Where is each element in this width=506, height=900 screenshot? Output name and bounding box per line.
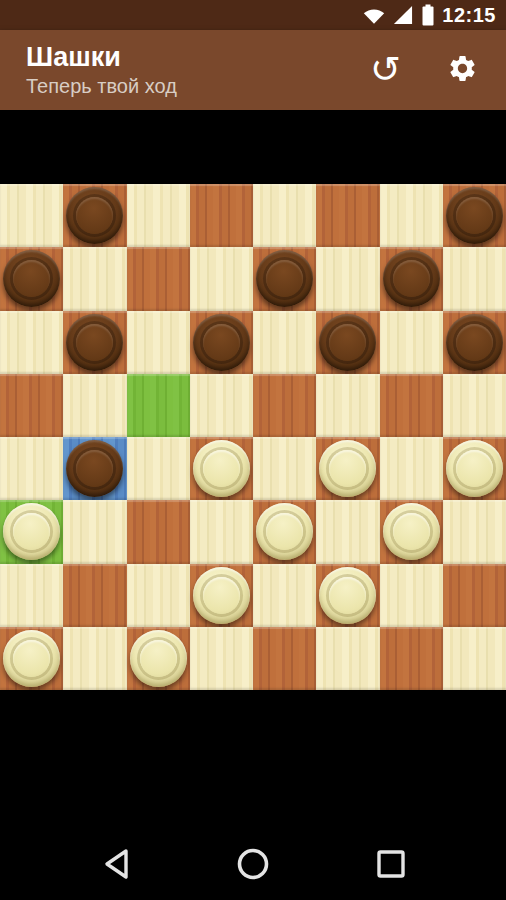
- board-cell[interactable]: [253, 437, 316, 500]
- board-cell[interactable]: [0, 247, 63, 310]
- checker-light-piece[interactable]: [3, 630, 60, 687]
- board-cell[interactable]: [443, 500, 506, 563]
- board-cell[interactable]: [380, 184, 443, 247]
- cellular-signal-icon: [392, 5, 414, 25]
- phone-screen: 12:15 Шашки Теперь твой ход ↺: [0, 0, 506, 900]
- board-cell[interactable]: [253, 627, 316, 690]
- board-cell[interactable]: [63, 437, 126, 500]
- board-cell[interactable]: [127, 374, 190, 437]
- board-cell[interactable]: [443, 247, 506, 310]
- checker-dark-piece[interactable]: [193, 314, 250, 371]
- board-cell[interactable]: [0, 311, 63, 374]
- app-bar: Шашки Теперь твой ход ↺: [0, 30, 506, 110]
- nav-back-button[interactable]: [99, 844, 133, 884]
- checker-light-piece[interactable]: [3, 503, 60, 560]
- checker-dark-piece[interactable]: [3, 250, 60, 307]
- home-circle-icon: [236, 847, 270, 881]
- top-black-gap: [0, 110, 506, 184]
- checker-dark-piece[interactable]: [446, 314, 503, 371]
- android-nav-bar: [0, 828, 506, 900]
- checker-dark-piece[interactable]: [256, 250, 313, 307]
- checker-dark-piece[interactable]: [383, 250, 440, 307]
- turn-status-text: Теперь твой ход: [26, 76, 370, 97]
- board-cell[interactable]: [127, 437, 190, 500]
- status-time: 12:15: [442, 4, 496, 27]
- board-cell[interactable]: [63, 627, 126, 690]
- board-cell[interactable]: [443, 627, 506, 690]
- board-cell[interactable]: [127, 627, 190, 690]
- board-cell[interactable]: [190, 564, 253, 627]
- board-cell[interactable]: [0, 627, 63, 690]
- checker-light-piece[interactable]: [130, 630, 187, 687]
- board-cell[interactable]: [63, 311, 126, 374]
- gear-icon: [447, 53, 478, 87]
- board-cell[interactable]: [63, 500, 126, 563]
- board-cell[interactable]: [63, 374, 126, 437]
- board-cell[interactable]: [0, 564, 63, 627]
- board-cell[interactable]: [190, 437, 253, 500]
- board-cell[interactable]: [253, 311, 316, 374]
- board-cell[interactable]: [380, 627, 443, 690]
- recents-square-icon: [376, 849, 406, 879]
- board-cell[interactable]: [253, 184, 316, 247]
- settings-button[interactable]: [447, 53, 478, 87]
- board-cell[interactable]: [380, 500, 443, 563]
- back-triangle-icon: [103, 848, 129, 880]
- board-cell[interactable]: [316, 627, 379, 690]
- board-cell[interactable]: [380, 311, 443, 374]
- app-title: Шашки: [26, 43, 370, 71]
- board-cell[interactable]: [127, 247, 190, 310]
- board-cell[interactable]: [253, 500, 316, 563]
- board-cell[interactable]: [316, 247, 379, 310]
- battery-icon: [421, 4, 435, 26]
- app-bar-actions: ↺: [370, 53, 492, 87]
- nav-home-button[interactable]: [232, 843, 274, 885]
- board-cell[interactable]: [63, 564, 126, 627]
- board-cell[interactable]: [127, 184, 190, 247]
- board-cell[interactable]: [316, 374, 379, 437]
- status-bar: 12:15: [0, 0, 506, 30]
- board-cell[interactable]: [127, 311, 190, 374]
- app-bar-text: Шашки Теперь твой ход: [26, 43, 370, 96]
- board-cell[interactable]: [190, 500, 253, 563]
- nav-recents-button[interactable]: [372, 845, 410, 883]
- board-cell[interactable]: [316, 311, 379, 374]
- board-cell[interactable]: [443, 374, 506, 437]
- checker-light-piece[interactable]: [319, 567, 376, 624]
- board-cell[interactable]: [380, 437, 443, 500]
- board-cell[interactable]: [127, 500, 190, 563]
- board-cell[interactable]: [190, 247, 253, 310]
- board-cell[interactable]: [63, 184, 126, 247]
- checker-dark-piece[interactable]: [319, 314, 376, 371]
- checker-dark-piece[interactable]: [66, 187, 123, 244]
- board-cell[interactable]: [380, 564, 443, 627]
- board-cell[interactable]: [380, 247, 443, 310]
- board-cell[interactable]: [443, 184, 506, 247]
- board-cell[interactable]: [443, 437, 506, 500]
- checker-dark-piece[interactable]: [446, 187, 503, 244]
- board-cell[interactable]: [0, 500, 63, 563]
- checkers-board: [0, 184, 506, 690]
- checker-light-piece[interactable]: [193, 440, 250, 497]
- board-cell[interactable]: [253, 374, 316, 437]
- wifi-icon: [363, 5, 385, 25]
- board-cell[interactable]: [0, 437, 63, 500]
- board-cell[interactable]: [253, 564, 316, 627]
- board-cell[interactable]: [316, 184, 379, 247]
- undo-button[interactable]: ↺: [370, 55, 401, 85]
- checker-light-piece[interactable]: [193, 567, 250, 624]
- board-cell[interactable]: [316, 437, 379, 500]
- board-cell[interactable]: [190, 311, 253, 374]
- board-cell[interactable]: [316, 500, 379, 563]
- undo-icon: ↺: [370, 55, 401, 85]
- checker-dark-piece[interactable]: [66, 314, 123, 371]
- board-cell[interactable]: [190, 627, 253, 690]
- checker-light-piece[interactable]: [319, 440, 376, 497]
- checker-light-piece[interactable]: [383, 503, 440, 560]
- checker-light-piece[interactable]: [256, 503, 313, 560]
- board-cell[interactable]: [63, 247, 126, 310]
- board-cell[interactable]: [190, 184, 253, 247]
- board-cell[interactable]: [0, 374, 63, 437]
- board-cell[interactable]: [0, 184, 63, 247]
- board-cell[interactable]: [127, 564, 190, 627]
- board-cell[interactable]: [380, 374, 443, 437]
- checker-light-piece[interactable]: [446, 440, 503, 497]
- board-cell[interactable]: [316, 564, 379, 627]
- board-cell[interactable]: [253, 247, 316, 310]
- board-cell[interactable]: [190, 374, 253, 437]
- checker-dark-piece[interactable]: [66, 440, 123, 497]
- board-cell[interactable]: [443, 311, 506, 374]
- board-cell[interactable]: [443, 564, 506, 627]
